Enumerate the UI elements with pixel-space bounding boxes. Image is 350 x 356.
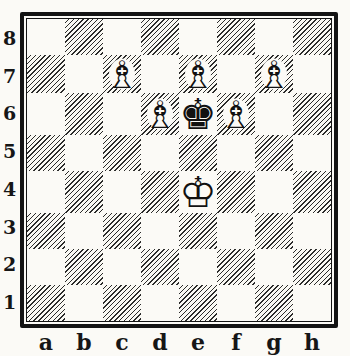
square-d7[interactable] xyxy=(141,55,179,93)
file-labels: abcdefgh xyxy=(27,329,331,355)
square-c6[interactable] xyxy=(103,93,141,135)
file-label-d: d xyxy=(141,329,179,355)
file-label-c: c xyxy=(103,329,141,355)
square-c8[interactable] xyxy=(103,19,141,55)
file-label-e: e xyxy=(179,329,217,355)
square-h4[interactable] xyxy=(293,171,331,213)
square-f8[interactable] xyxy=(217,19,255,55)
rank-label-1: 1 xyxy=(0,283,19,321)
square-d4[interactable] xyxy=(141,171,179,213)
square-a8[interactable] xyxy=(27,19,65,55)
square-g5[interactable] xyxy=(255,135,293,171)
square-e4[interactable]: ♔ xyxy=(179,171,217,213)
square-h1[interactable] xyxy=(293,285,331,321)
rank-labels: 87654321 xyxy=(0,19,19,321)
square-b3[interactable] xyxy=(65,213,103,249)
square-b6[interactable] xyxy=(65,93,103,135)
rank-label-2: 2 xyxy=(0,246,19,284)
square-h3[interactable] xyxy=(293,213,331,249)
white-king-e4[interactable]: ♔ xyxy=(179,172,217,214)
square-f5[interactable] xyxy=(217,135,255,171)
rank-label-5: 5 xyxy=(0,132,19,170)
rank-label-4: 4 xyxy=(0,170,19,208)
square-a5[interactable] xyxy=(27,135,65,171)
square-f1[interactable] xyxy=(217,285,255,321)
square-e7[interactable]: ♗ xyxy=(179,55,217,93)
square-c5[interactable] xyxy=(103,135,141,171)
square-b7[interactable] xyxy=(65,55,103,93)
square-c7[interactable]: ♗ xyxy=(103,55,141,93)
square-a1[interactable] xyxy=(27,285,65,321)
file-label-a: a xyxy=(27,329,65,355)
square-g3[interactable] xyxy=(255,213,293,249)
square-d2[interactable] xyxy=(141,249,179,285)
square-a6[interactable] xyxy=(27,93,65,135)
board-inner-frame: ♗♗♗♗♚♗♔ xyxy=(26,18,332,322)
square-e8[interactable] xyxy=(179,19,217,55)
square-e5[interactable] xyxy=(179,135,217,171)
square-a3[interactable] xyxy=(27,213,65,249)
square-a7[interactable] xyxy=(27,55,65,93)
rank-label-7: 7 xyxy=(0,57,19,95)
square-g7[interactable]: ♗ xyxy=(255,55,293,93)
square-f3[interactable] xyxy=(217,213,255,249)
square-f6[interactable]: ♗ xyxy=(217,93,255,135)
square-c3[interactable] xyxy=(103,213,141,249)
square-c2[interactable] xyxy=(103,249,141,285)
square-g2[interactable] xyxy=(255,249,293,285)
chess-board: ♗♗♗♗♚♗♔ xyxy=(27,19,331,321)
square-f2[interactable] xyxy=(217,249,255,285)
file-label-f: f xyxy=(217,329,255,355)
square-b5[interactable] xyxy=(65,135,103,171)
square-a2[interactable] xyxy=(27,249,65,285)
square-g4[interactable] xyxy=(255,171,293,213)
square-h8[interactable] xyxy=(293,19,331,55)
white-bishop-c7[interactable]: ♗ xyxy=(105,56,139,94)
square-b4[interactable] xyxy=(65,171,103,213)
square-e1[interactable] xyxy=(179,285,217,321)
square-a4[interactable] xyxy=(27,171,65,213)
chess-diagram: 87654321 ♗♗♗♗♚♗♔ abcdefgh xyxy=(0,0,350,356)
file-label-g: g xyxy=(255,329,293,355)
square-e3[interactable] xyxy=(179,213,217,249)
rank-label-8: 8 xyxy=(0,19,19,57)
white-bishop-e7[interactable]: ♗ xyxy=(181,56,215,94)
white-bishop-f6[interactable]: ♗ xyxy=(219,96,253,134)
white-bishop-g7[interactable]: ♗ xyxy=(257,56,291,94)
rank-label-6: 6 xyxy=(0,95,19,133)
square-f4[interactable] xyxy=(217,171,255,213)
square-d6[interactable]: ♗ xyxy=(141,93,179,135)
square-g6[interactable] xyxy=(255,93,293,135)
square-h5[interactable] xyxy=(293,135,331,171)
square-g1[interactable] xyxy=(255,285,293,321)
square-b8[interactable] xyxy=(65,19,103,55)
file-label-b: b xyxy=(65,329,103,355)
board-frame: ♗♗♗♗♚♗♔ xyxy=(20,12,338,328)
square-d8[interactable] xyxy=(141,19,179,55)
white-bishop-d6[interactable]: ♗ xyxy=(143,96,177,134)
square-c1[interactable] xyxy=(103,285,141,321)
square-h2[interactable] xyxy=(293,249,331,285)
square-d3[interactable] xyxy=(141,213,179,249)
rank-label-3: 3 xyxy=(0,208,19,246)
black-king-e6[interactable]: ♚ xyxy=(179,94,217,136)
square-h7[interactable] xyxy=(293,55,331,93)
square-f7[interactable] xyxy=(217,55,255,93)
square-e6[interactable]: ♚ xyxy=(179,93,217,135)
square-b1[interactable] xyxy=(65,285,103,321)
square-d1[interactable] xyxy=(141,285,179,321)
square-g8[interactable] xyxy=(255,19,293,55)
file-label-h: h xyxy=(293,329,331,355)
square-d5[interactable] xyxy=(141,135,179,171)
square-c4[interactable] xyxy=(103,171,141,213)
square-b2[interactable] xyxy=(65,249,103,285)
square-e2[interactable] xyxy=(179,249,217,285)
square-h6[interactable] xyxy=(293,93,331,135)
